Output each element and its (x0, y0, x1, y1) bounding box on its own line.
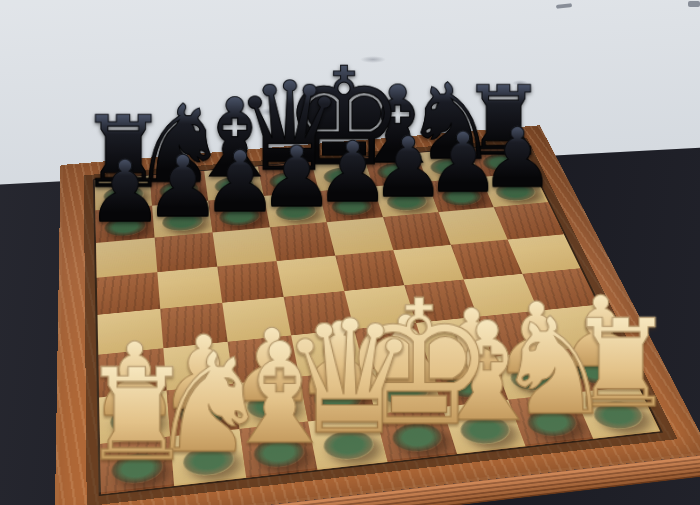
square-a7[interactable]: ♟ (95, 206, 154, 243)
square-h5[interactable] (508, 234, 581, 274)
square-e6[interactable] (327, 217, 393, 255)
square-a6[interactable] (96, 238, 157, 278)
wall-mark (688, 1, 700, 7)
square-a1[interactable]: ♜ (100, 436, 174, 494)
square-b5[interactable] (157, 266, 222, 308)
board-grid: ♜♞♝♛♚♝♞♜♟♟♟♟♟♟♟♟♟♟♟♟♟♟♟♟♜♞♝♛♚♝♞♜ (93, 143, 663, 496)
photo-scene: ♜♞♝♛♚♝♞♜♟♟♟♟♟♟♟♟♟♟♟♟♟♟♟♟♜♞♝♛♚♝♞♜ (0, 0, 700, 505)
black-pawn: ♟ (39, 151, 210, 232)
square-c5[interactable] (217, 261, 283, 303)
square-d6[interactable] (270, 222, 335, 261)
square-a5[interactable] (97, 272, 160, 315)
square-c6[interactable] (213, 227, 277, 266)
square-b6[interactable] (155, 233, 218, 273)
square-h6[interactable] (494, 202, 564, 239)
white-rook: ♜ (31, 356, 244, 477)
